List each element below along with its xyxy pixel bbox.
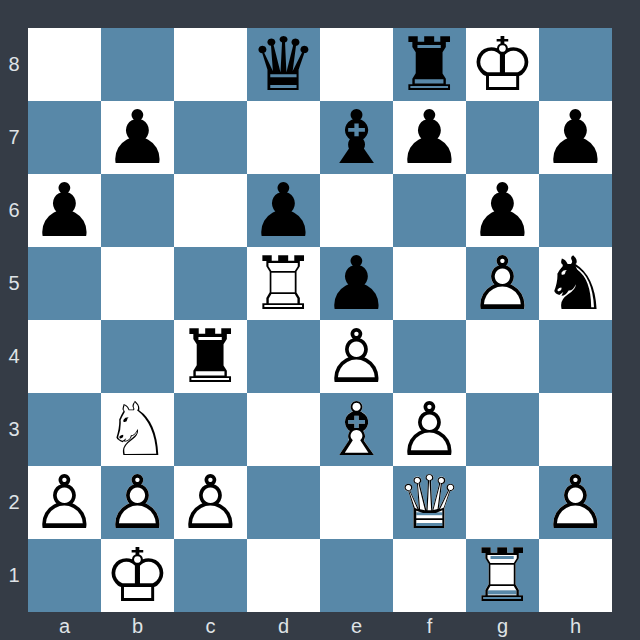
square-e7[interactable]: ♝	[320, 101, 393, 174]
white-pawn-c2[interactable]: ♟♙	[174, 466, 247, 539]
rank-label-2: 2	[0, 466, 28, 539]
file-label-d: d	[247, 612, 320, 640]
square-f5[interactable]	[393, 247, 466, 320]
square-a2[interactable]: ♟♙	[28, 466, 101, 539]
square-h2[interactable]: ♟♙	[539, 466, 612, 539]
white-queen-f2[interactable]: ♛♕	[393, 466, 466, 539]
square-c7[interactable]	[174, 101, 247, 174]
square-h7[interactable]: ♟	[539, 101, 612, 174]
file-label-f: f	[393, 612, 466, 640]
square-g7[interactable]	[466, 101, 539, 174]
black-rook-f8[interactable]: ♜	[393, 28, 466, 101]
black-pawn-e5[interactable]: ♟	[320, 247, 393, 320]
square-d5[interactable]: ♜♖	[247, 247, 320, 320]
piece-glyph: ♜	[393, 28, 466, 101]
piece-glyph: ♟	[247, 174, 320, 247]
rank-labels: 87654321	[0, 28, 28, 612]
piece-outline: ♕	[393, 466, 466, 539]
white-pawn-a2[interactable]: ♟♙	[28, 466, 101, 539]
black-pawn-d6[interactable]: ♟	[247, 174, 320, 247]
square-e6[interactable]	[320, 174, 393, 247]
piece-outline: ♙	[174, 466, 247, 539]
rank-label-5: 5	[0, 247, 28, 320]
square-g3[interactable]	[466, 393, 539, 466]
rank-label-1: 1	[0, 539, 28, 612]
square-f1[interactable]	[393, 539, 466, 612]
white-rook-d5[interactable]: ♜♖	[247, 247, 320, 320]
square-c5[interactable]	[174, 247, 247, 320]
square-c2[interactable]: ♟♙	[174, 466, 247, 539]
square-a3[interactable]	[28, 393, 101, 466]
square-h5[interactable]: ♞	[539, 247, 612, 320]
square-c1[interactable]	[174, 539, 247, 612]
piece-glyph: ♜	[174, 320, 247, 393]
file-label-a: a	[28, 612, 101, 640]
piece-outline: ♖	[466, 539, 539, 612]
square-g4[interactable]	[466, 320, 539, 393]
piece-outline: ♘	[101, 393, 174, 466]
square-e8[interactable]	[320, 28, 393, 101]
black-bishop-e7[interactable]: ♝	[320, 101, 393, 174]
black-pawn-a6[interactable]: ♟	[28, 174, 101, 247]
rank-label-4: 4	[0, 320, 28, 393]
file-label-e: e	[320, 612, 393, 640]
white-pawn-e4[interactable]: ♟♙	[320, 320, 393, 393]
square-g6[interactable]: ♟	[466, 174, 539, 247]
square-g1[interactable]: ♜♖	[466, 539, 539, 612]
square-e3[interactable]: ♝♗	[320, 393, 393, 466]
square-c8[interactable]	[174, 28, 247, 101]
piece-outline: ♙	[101, 466, 174, 539]
black-queen-d8[interactable]: ♛	[247, 28, 320, 101]
rank-label-3: 3	[0, 393, 28, 466]
black-pawn-b7[interactable]: ♟	[101, 101, 174, 174]
square-a5[interactable]	[28, 247, 101, 320]
piece-outline: ♔	[466, 28, 539, 101]
black-knight-h5[interactable]: ♞	[539, 247, 612, 320]
square-b4[interactable]	[101, 320, 174, 393]
square-f6[interactable]	[393, 174, 466, 247]
square-b8[interactable]	[101, 28, 174, 101]
file-label-g: g	[466, 612, 539, 640]
rank-label-7: 7	[0, 101, 28, 174]
square-h8[interactable]	[539, 28, 612, 101]
square-d8[interactable]: ♛	[247, 28, 320, 101]
square-a7[interactable]	[28, 101, 101, 174]
piece-glyph: ♟	[101, 101, 174, 174]
piece-glyph: ♟	[539, 101, 612, 174]
square-c6[interactable]	[174, 174, 247, 247]
square-a1[interactable]	[28, 539, 101, 612]
square-e4[interactable]: ♟♙	[320, 320, 393, 393]
piece-glyph: ♟	[320, 247, 393, 320]
square-a6[interactable]: ♟	[28, 174, 101, 247]
square-h1[interactable]	[539, 539, 612, 612]
square-f3[interactable]: ♟♙	[393, 393, 466, 466]
square-c3[interactable]	[174, 393, 247, 466]
square-h3[interactable]	[539, 393, 612, 466]
file-labels: abcdefgh	[28, 612, 612, 640]
file-label-c: c	[174, 612, 247, 640]
black-pawn-f7[interactable]: ♟	[393, 101, 466, 174]
piece-outline: ♙	[393, 393, 466, 466]
rank-label-8: 8	[0, 28, 28, 101]
square-b3[interactable]: ♞♘	[101, 393, 174, 466]
file-label-b: b	[101, 612, 174, 640]
white-rook-g1[interactable]: ♜♖	[466, 539, 539, 612]
piece-outline: ♖	[247, 247, 320, 320]
piece-outline: ♙	[539, 466, 612, 539]
white-bishop-e3[interactable]: ♝♗	[320, 393, 393, 466]
square-h6[interactable]	[539, 174, 612, 247]
square-g8[interactable]: ♚♔	[466, 28, 539, 101]
square-a8[interactable]	[28, 28, 101, 101]
square-e1[interactable]	[320, 539, 393, 612]
square-f4[interactable]	[393, 320, 466, 393]
white-king-b1[interactable]: ♚♔	[101, 539, 174, 612]
square-b2[interactable]: ♟♙	[101, 466, 174, 539]
piece-outline: ♔	[101, 539, 174, 612]
square-d4[interactable]	[247, 320, 320, 393]
square-d3[interactable]	[247, 393, 320, 466]
piece-glyph: ♞	[539, 247, 612, 320]
white-knight-b3[interactable]: ♞♘	[101, 393, 174, 466]
piece-glyph: ♝	[320, 101, 393, 174]
white-pawn-b2[interactable]: ♟♙	[101, 466, 174, 539]
chess-board: ♛♜♚♔♟♝♟♟♟♟♟♜♖♟♟♙♞♜♟♙♞♘♝♗♟♙♟♙♟♙♟♙♛♕♟♙♚♔♜♖	[28, 28, 612, 612]
square-d7[interactable]	[247, 101, 320, 174]
piece-glyph: ♟	[28, 174, 101, 247]
piece-glyph: ♛	[247, 28, 320, 101]
piece-glyph: ♟	[393, 101, 466, 174]
black-rook-c4[interactable]: ♜	[174, 320, 247, 393]
white-pawn-g5[interactable]: ♟♙	[466, 247, 539, 320]
square-f7[interactable]: ♟	[393, 101, 466, 174]
square-b1[interactable]: ♚♔	[101, 539, 174, 612]
white-king-g8[interactable]: ♚♔	[466, 28, 539, 101]
piece-glyph: ♟	[466, 174, 539, 247]
piece-outline: ♙	[28, 466, 101, 539]
square-f8[interactable]: ♜	[393, 28, 466, 101]
square-g5[interactable]: ♟♙	[466, 247, 539, 320]
square-h4[interactable]	[539, 320, 612, 393]
square-e2[interactable]	[320, 466, 393, 539]
black-pawn-h7[interactable]: ♟	[539, 101, 612, 174]
piece-outline: ♙	[466, 247, 539, 320]
square-b7[interactable]: ♟	[101, 101, 174, 174]
white-pawn-f3[interactable]: ♟♙	[393, 393, 466, 466]
piece-outline: ♗	[320, 393, 393, 466]
square-b6[interactable]	[101, 174, 174, 247]
square-b5[interactable]	[101, 247, 174, 320]
square-d1[interactable]	[247, 539, 320, 612]
rank-label-6: 6	[0, 174, 28, 247]
file-label-h: h	[539, 612, 612, 640]
square-d2[interactable]	[247, 466, 320, 539]
square-c4[interactable]: ♜	[174, 320, 247, 393]
square-a4[interactable]	[28, 320, 101, 393]
square-g2[interactable]	[466, 466, 539, 539]
white-pawn-h2[interactable]: ♟♙	[539, 466, 612, 539]
square-d6[interactable]: ♟	[247, 174, 320, 247]
black-pawn-g6[interactable]: ♟	[466, 174, 539, 247]
square-f2[interactable]: ♛♕	[393, 466, 466, 539]
square-e5[interactable]: ♟	[320, 247, 393, 320]
piece-outline: ♙	[320, 320, 393, 393]
